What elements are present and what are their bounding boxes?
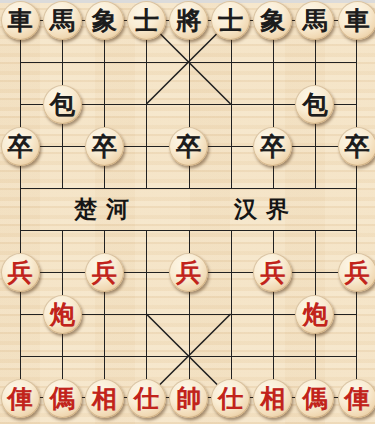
red-horse-piece[interactable]: 傌	[43, 379, 82, 418]
xiangqi-board: 楚河 汉界 車馬象士將士象馬車包包卒卒卒卒卒兵兵兵兵兵炮炮俥傌相仕帥仕相傌俥	[20, 20, 357, 398]
xiangqi-app-screen: 楚河 汉界 車馬象士將士象馬車包包卒卒卒卒卒兵兵兵兵兵炮炮俥傌相仕帥仕相傌俥	[0, 0, 375, 424]
red-advisor-piece[interactable]: 仕	[127, 379, 166, 418]
red-chariot-piece[interactable]: 俥	[338, 379, 375, 418]
red-general-piece[interactable]: 帥	[169, 379, 208, 418]
black-chariot-piece[interactable]: 車	[1, 1, 40, 40]
black-elephant-piece[interactable]: 象	[253, 1, 292, 40]
river-label-han-jie: 汉界	[218, 194, 314, 225]
black-chariot-piece[interactable]: 車	[338, 1, 375, 40]
red-soldier-piece[interactable]: 兵	[253, 253, 292, 292]
red-advisor-piece[interactable]: 仕	[211, 379, 250, 418]
black-general-piece[interactable]: 將	[169, 1, 208, 40]
black-soldier-piece[interactable]: 卒	[85, 127, 124, 166]
red-chariot-piece[interactable]: 俥	[1, 379, 40, 418]
black-soldier-piece[interactable]: 卒	[1, 127, 40, 166]
black-horse-piece[interactable]: 馬	[43, 1, 82, 40]
black-soldier-piece[interactable]: 卒	[253, 127, 292, 166]
red-horse-piece[interactable]: 傌	[295, 379, 334, 418]
black-soldier-piece[interactable]: 卒	[169, 127, 208, 166]
black-advisor-piece[interactable]: 士	[211, 1, 250, 40]
red-cannon-piece[interactable]: 炮	[295, 295, 334, 334]
black-elephant-piece[interactable]: 象	[85, 1, 124, 40]
red-soldier-piece[interactable]: 兵	[169, 253, 208, 292]
black-cannon-piece[interactable]: 包	[43, 85, 82, 124]
black-soldier-piece[interactable]: 卒	[338, 127, 375, 166]
red-soldier-piece[interactable]: 兵	[85, 253, 124, 292]
red-elephant-piece[interactable]: 相	[253, 379, 292, 418]
black-cannon-piece[interactable]: 包	[295, 85, 334, 124]
black-horse-piece[interactable]: 馬	[295, 1, 334, 40]
red-soldier-piece[interactable]: 兵	[1, 253, 40, 292]
black-advisor-piece[interactable]: 士	[127, 1, 166, 40]
red-cannon-piece[interactable]: 炮	[43, 295, 82, 334]
river-label-chu-he: 楚河	[58, 194, 154, 225]
red-elephant-piece[interactable]: 相	[85, 379, 124, 418]
red-soldier-piece[interactable]: 兵	[338, 253, 375, 292]
